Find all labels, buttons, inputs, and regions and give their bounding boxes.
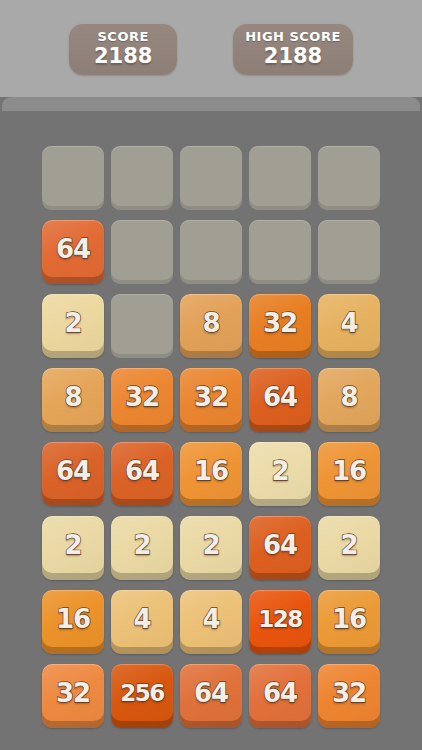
score-badge: SCORE 2188 [69, 23, 177, 75]
tile-32-r8c1: 32 [42, 664, 104, 728]
tile-16-r7c5: 16 [318, 590, 380, 654]
tile-number: 128 [258, 606, 302, 632]
score-label: SCORE [97, 29, 148, 45]
tile-number: 2 [64, 308, 81, 338]
tile-number: 4 [202, 604, 219, 634]
empty-cell-r1c5 [318, 146, 380, 210]
tile-number: 4 [340, 308, 357, 338]
empty-cell-r2c2 [111, 220, 173, 284]
tile-16-r5c5: 16 [318, 442, 380, 506]
tile-64-r5c1: 64 [42, 442, 104, 506]
tile-number: 64 [263, 678, 297, 708]
tile-4-r3c5: 4 [318, 294, 380, 358]
tile-number: 32 [332, 678, 366, 708]
tile-number: 2 [202, 530, 219, 560]
tile-number: 16 [56, 604, 90, 634]
tile-2-r6c2: 2 [111, 516, 173, 580]
tile-16-r7c1: 16 [42, 590, 104, 654]
tile-8-r4c1: 8 [42, 368, 104, 432]
tile-128-r7c4: 128 [249, 590, 311, 654]
tile-32-r4c3: 32 [180, 368, 242, 432]
empty-cell-r1c2 [111, 146, 173, 210]
tile-number: 64 [56, 234, 90, 264]
tile-number: 16 [194, 456, 228, 486]
empty-cell-r1c4 [249, 146, 311, 210]
high-score-label: HIGH SCORE [245, 29, 341, 45]
tile-number: 32 [125, 382, 159, 412]
tile-number: 64 [56, 456, 90, 486]
tile-number: 32 [56, 678, 90, 708]
empty-cell-r1c3 [180, 146, 242, 210]
board-top-edge [2, 97, 420, 111]
tile-number: 64 [263, 530, 297, 560]
score-header: SCORE 2188 HIGH SCORE 2188 [0, 0, 422, 97]
high-score-value: 2188 [264, 45, 322, 68]
tile-64-r6c4: 64 [249, 516, 311, 580]
tile-number: 256 [120, 680, 164, 706]
tile-32-r3c4: 32 [249, 294, 311, 358]
empty-cell-r2c3 [180, 220, 242, 284]
tile-8-r4c5: 8 [318, 368, 380, 432]
score-value: 2188 [94, 45, 152, 68]
app-window: SCORE 2188 HIGH SCORE 2188 6428324832326… [0, 0, 422, 750]
tile-number: 8 [340, 382, 357, 412]
tile-number: 2 [64, 530, 81, 560]
tile-256-r8c2: 256 [111, 664, 173, 728]
tile-number: 64 [263, 382, 297, 412]
tile-16-r5c3: 16 [180, 442, 242, 506]
tile-number: 16 [332, 456, 366, 486]
tile-32-r4c2: 32 [111, 368, 173, 432]
tile-64-r8c3: 64 [180, 664, 242, 728]
tile-number: 64 [194, 678, 228, 708]
empty-cell-r2c4 [249, 220, 311, 284]
tile-64-r4c4: 64 [249, 368, 311, 432]
tile-number: 2 [340, 530, 357, 560]
game-board[interactable]: 6428324832326486464162162226421644128163… [0, 97, 422, 750]
tile-number: 16 [332, 604, 366, 634]
empty-cell-r1c1 [42, 146, 104, 210]
tile-2-r6c1: 2 [42, 516, 104, 580]
tile-number: 32 [194, 382, 228, 412]
tile-64-r2c1: 64 [42, 220, 104, 284]
tile-2-r3c1: 2 [42, 294, 104, 358]
high-score-badge: HIGH SCORE 2188 [233, 23, 353, 75]
tile-2-r6c5: 2 [318, 516, 380, 580]
tile-number: 64 [125, 456, 159, 486]
tile-4-r7c3: 4 [180, 590, 242, 654]
tile-number: 2 [133, 530, 150, 560]
tile-number: 8 [202, 308, 219, 338]
tile-64-r8c4: 64 [249, 664, 311, 728]
empty-cell-r2c5 [318, 220, 380, 284]
tile-4-r7c2: 4 [111, 590, 173, 654]
tile-64-r5c2: 64 [111, 442, 173, 506]
tile-32-r8c5: 32 [318, 664, 380, 728]
empty-cell-r3c2 [111, 294, 173, 358]
tile-number: 4 [133, 604, 150, 634]
tile-8-r3c3: 8 [180, 294, 242, 358]
tile-2-r5c4: 2 [249, 442, 311, 506]
tile-number: 8 [64, 382, 81, 412]
tile-2-r6c3: 2 [180, 516, 242, 580]
tile-number: 2 [271, 456, 288, 486]
tile-grid[interactable]: 6428324832326486464162162226421644128163… [0, 111, 422, 728]
tile-number: 32 [263, 308, 297, 338]
